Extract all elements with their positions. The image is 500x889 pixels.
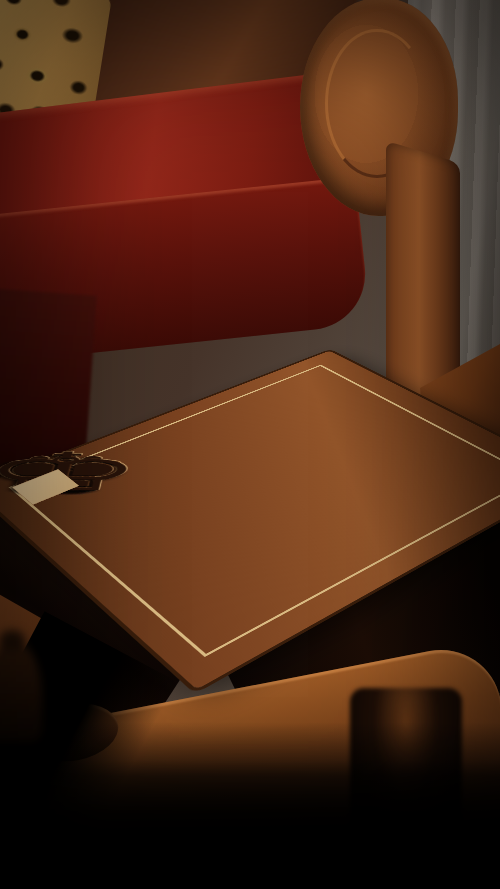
shadow-bottom-2 [0,760,500,889]
photo-chess-scene: ♝♞♚♛♞♝♜♟♟♟♟♟♟♟♟♟♟♛♜♝♞♚ [0,0,500,889]
